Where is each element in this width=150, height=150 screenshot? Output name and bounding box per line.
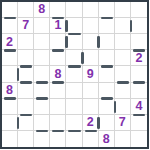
- wall-below-r3-c4[interactable]: [68, 65, 80, 68]
- cell-r7c4[interactable]: [66, 115, 82, 131]
- cell-r6c5[interactable]: [83, 99, 99, 115]
- cell-r0c3[interactable]: [50, 2, 66, 18]
- puzzle-board: 871228984278: [0, 0, 149, 149]
- cell-r2c7[interactable]: [115, 34, 131, 50]
- cell-r2c1[interactable]: [18, 34, 34, 50]
- wall-below-r6-c1[interactable]: [20, 114, 32, 117]
- cell-r2c6[interactable]: [99, 34, 115, 50]
- cell-r1c8[interactable]: [131, 18, 147, 34]
- cell-r8c7[interactable]: [115, 131, 131, 147]
- cell-r8c8[interactable]: [131, 131, 147, 147]
- cell-r4c7[interactable]: [115, 66, 131, 82]
- cell-r5c6[interactable]: [99, 83, 115, 99]
- wall-right-of-r7-c0[interactable]: [17, 117, 20, 129]
- cell-r8c2[interactable]: [34, 131, 50, 147]
- cell-r5c3[interactable]: [50, 83, 66, 99]
- wall-right-of-r2-c3[interactable]: [65, 36, 68, 48]
- cell-r7c6[interactable]: [99, 115, 115, 131]
- cell-r0c0[interactable]: [2, 2, 18, 18]
- cell-r6c3[interactable]: [50, 99, 66, 115]
- cell-r8c0[interactable]: [2, 131, 18, 147]
- cell-r1c1[interactable]: 7: [18, 18, 34, 34]
- wall-right-of-r3-c4[interactable]: [81, 52, 84, 64]
- cell-r8c3[interactable]: [50, 131, 66, 147]
- wall-below-r5-c0[interactable]: [4, 97, 16, 100]
- cell-r0c5[interactable]: [83, 2, 99, 18]
- cell-r1c3[interactable]: 1: [50, 18, 66, 34]
- wall-below-r2-c0[interactable]: [4, 49, 16, 52]
- cell-r2c5[interactable]: [83, 34, 99, 50]
- cell-r6c6[interactable]: [99, 99, 115, 115]
- cell-r8c1[interactable]: [18, 131, 34, 147]
- wall-right-of-r7-c5[interactable]: [97, 117, 100, 129]
- cell-r1c0[interactable]: [2, 18, 18, 34]
- wall-below-r4-c8[interactable]: [133, 81, 145, 84]
- cell-r4c2[interactable]: [34, 66, 50, 82]
- cell-r4c6[interactable]: [99, 66, 115, 82]
- cell-r8c5[interactable]: [83, 131, 99, 147]
- cell-r5c0[interactable]: 8: [2, 83, 18, 99]
- cell-r4c4[interactable]: [66, 66, 82, 82]
- cell-r2c0[interactable]: 2: [2, 34, 18, 50]
- cell-r0c7[interactable]: [115, 2, 131, 18]
- cell-r3c5[interactable]: [83, 50, 99, 66]
- wall-right-of-r6-c6[interactable]: [114, 101, 117, 113]
- wall-below-r7-c3[interactable]: [52, 130, 64, 133]
- wall-below-r3-c1[interactable]: [20, 65, 32, 68]
- cell-grid: 871228984278: [2, 2, 147, 147]
- cell-r2c3[interactable]: [50, 34, 66, 50]
- cell-r6c0[interactable]: [2, 99, 18, 115]
- wall-below-r7-c4[interactable]: [68, 130, 80, 133]
- wall-below-r7-c5[interactable]: [85, 130, 97, 133]
- cell-r2c4[interactable]: [66, 34, 82, 50]
- cell-r0c1[interactable]: [18, 2, 34, 18]
- cell-r2c8[interactable]: [131, 34, 147, 50]
- cell-r3c6[interactable]: [99, 50, 115, 66]
- wall-below-r3-c6[interactable]: [101, 65, 113, 68]
- wall-below-r0-c3[interactable]: [52, 17, 64, 20]
- cell-r0c6[interactable]: [99, 2, 115, 18]
- cell-r3c8[interactable]: 2: [131, 50, 147, 66]
- wall-below-r4-c7[interactable]: [117, 81, 129, 84]
- cell-r0c2[interactable]: 8: [34, 2, 50, 18]
- cell-r5c2[interactable]: [34, 83, 50, 99]
- cell-r5c7[interactable]: [115, 83, 131, 99]
- cell-r1c2[interactable]: [34, 18, 50, 34]
- cell-r3c4[interactable]: [66, 50, 82, 66]
- cell-r4c3[interactable]: 8: [50, 66, 66, 82]
- cell-r6c1[interactable]: [18, 99, 34, 115]
- cell-r7c0[interactable]: [2, 115, 18, 131]
- cell-r1c4[interactable]: [66, 18, 82, 34]
- cell-r7c7[interactable]: 7: [115, 115, 131, 131]
- cell-r7c2[interactable]: [34, 115, 50, 131]
- cell-r5c5[interactable]: [83, 83, 99, 99]
- cell-r5c4[interactable]: [66, 83, 82, 99]
- cell-r7c5[interactable]: 2: [83, 115, 99, 131]
- cell-r3c2[interactable]: [34, 50, 50, 66]
- cell-r6c8[interactable]: 4: [131, 99, 147, 115]
- wall-below-r2-c3[interactable]: [52, 49, 64, 52]
- cell-r1c5[interactable]: [83, 18, 99, 34]
- cell-r3c0[interactable]: [2, 50, 18, 66]
- cell-r3c7[interactable]: [115, 50, 131, 66]
- wall-right-of-r1-c7[interactable]: [130, 20, 133, 32]
- cell-r2c2[interactable]: [34, 34, 50, 50]
- cell-r4c0[interactable]: [2, 66, 18, 82]
- cell-r1c7[interactable]: [115, 18, 131, 34]
- wall-below-r4-c2[interactable]: [36, 81, 48, 84]
- wall-below-r0-c6[interactable]: [101, 17, 113, 20]
- wall-below-r6-c8[interactable]: [133, 114, 145, 117]
- wall-right-of-r4-c0[interactable]: [17, 68, 20, 80]
- cell-r7c1[interactable]: [18, 115, 34, 131]
- wall-right-of-r1-c3[interactable]: [65, 20, 68, 32]
- cell-r6c7[interactable]: [115, 99, 131, 115]
- cell-r5c8[interactable]: [131, 83, 147, 99]
- cell-r3c3[interactable]: [50, 50, 66, 66]
- wall-below-r4-c3[interactable]: [52, 81, 64, 84]
- cell-r4c1[interactable]: [18, 66, 34, 82]
- cell-r4c5[interactable]: 9: [83, 66, 99, 82]
- cell-r8c4[interactable]: [66, 131, 82, 147]
- wall-below-r5-c2[interactable]: [36, 97, 48, 100]
- wall-right-of-r2-c5[interactable]: [97, 36, 100, 48]
- cell-r5c1[interactable]: [18, 83, 34, 99]
- wall-below-r5-c6[interactable]: [101, 97, 113, 100]
- cell-r3c1[interactable]: [18, 50, 34, 66]
- cell-r8c6[interactable]: 8: [99, 131, 115, 147]
- wall-below-r7-c2[interactable]: [36, 130, 48, 133]
- cell-r7c3[interactable]: [50, 115, 66, 131]
- cell-r1c6[interactable]: [99, 18, 115, 34]
- wall-below-r2-c8[interactable]: [133, 49, 145, 52]
- cell-r7c8[interactable]: [131, 115, 147, 131]
- cell-r6c4[interactable]: [66, 99, 82, 115]
- wall-below-r4-c1[interactable]: [20, 81, 32, 84]
- cell-r0c8[interactable]: [131, 2, 147, 18]
- wall-below-r0-c0[interactable]: [4, 17, 16, 20]
- cell-r6c2[interactable]: [34, 99, 50, 115]
- cell-r0c4[interactable]: [66, 2, 82, 18]
- cell-r4c8[interactable]: [131, 66, 147, 82]
